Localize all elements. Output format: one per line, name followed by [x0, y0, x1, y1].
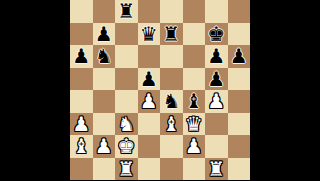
black-queen[interactable]: ♛ [140, 23, 158, 46]
square-b8[interactable] [93, 0, 116, 23]
square-g7[interactable]: ♚ [205, 23, 228, 46]
square-g4[interactable]: ♟ [205, 90, 228, 113]
black-knight[interactable]: ♞ [95, 45, 113, 68]
white-bishop[interactable]: ♝ [72, 135, 90, 158]
black-pawn[interactable]: ♟ [72, 45, 90, 68]
square-a1[interactable] [70, 158, 93, 181]
square-c7[interactable] [115, 23, 138, 46]
square-e1[interactable] [160, 158, 183, 181]
square-f6[interactable] [183, 45, 206, 68]
square-e7[interactable]: ♜ [160, 23, 183, 46]
white-pawn[interactable]: ♟ [72, 113, 90, 136]
square-h8[interactable] [228, 0, 251, 23]
square-h2[interactable] [228, 135, 251, 158]
white-rook[interactable]: ♜ [207, 158, 225, 181]
black-pawn[interactable]: ♟ [230, 45, 248, 68]
square-d5[interactable]: ♟ [138, 68, 161, 91]
black-king[interactable]: ♚ [207, 23, 225, 46]
square-f8[interactable] [183, 0, 206, 23]
screenshot-stage: ♜♟♛♜♚♟♞♟♟♟♟♟♞♝♟♟♞♝♛♝♟♚♟♜♜ [0, 0, 320, 180]
square-b7[interactable]: ♟ [93, 23, 116, 46]
letterbox-left [0, 0, 70, 180]
black-pawn[interactable]: ♟ [207, 45, 225, 68]
square-h3[interactable] [228, 113, 251, 136]
square-d6[interactable] [138, 45, 161, 68]
white-pawn[interactable]: ♟ [185, 135, 203, 158]
square-h7[interactable] [228, 23, 251, 46]
letterbox-right [250, 0, 320, 180]
square-a4[interactable] [70, 90, 93, 113]
black-rook[interactable]: ♜ [162, 23, 180, 46]
square-h5[interactable] [228, 68, 251, 91]
square-a5[interactable] [70, 68, 93, 91]
square-e3[interactable]: ♝ [160, 113, 183, 136]
square-c8[interactable]: ♜ [115, 0, 138, 23]
square-c6[interactable] [115, 45, 138, 68]
square-d8[interactable] [138, 0, 161, 23]
white-pawn[interactable]: ♟ [140, 90, 158, 113]
black-rook[interactable]: ♜ [117, 0, 135, 23]
white-bishop[interactable]: ♝ [162, 113, 180, 136]
square-g8[interactable] [205, 0, 228, 23]
square-d7[interactable]: ♛ [138, 23, 161, 46]
square-f1[interactable] [183, 158, 206, 181]
square-a8[interactable] [70, 0, 93, 23]
square-b4[interactable] [93, 90, 116, 113]
black-pawn[interactable]: ♟ [140, 68, 158, 91]
white-knight[interactable]: ♞ [117, 113, 135, 136]
square-c5[interactable] [115, 68, 138, 91]
square-f7[interactable] [183, 23, 206, 46]
chess-board: ♜♟♛♜♚♟♞♟♟♟♟♟♞♝♟♟♞♝♛♝♟♚♟♜♜ [70, 0, 250, 180]
square-h4[interactable] [228, 90, 251, 113]
square-e4[interactable]: ♞ [160, 90, 183, 113]
black-knight[interactable]: ♞ [162, 90, 180, 113]
white-pawn[interactable]: ♟ [95, 135, 113, 158]
square-c4[interactable] [115, 90, 138, 113]
square-g6[interactable]: ♟ [205, 45, 228, 68]
square-e8[interactable] [160, 0, 183, 23]
square-f2[interactable]: ♟ [183, 135, 206, 158]
square-e6[interactable] [160, 45, 183, 68]
square-a2[interactable]: ♝ [70, 135, 93, 158]
square-g1[interactable]: ♜ [205, 158, 228, 181]
square-f5[interactable] [183, 68, 206, 91]
square-b3[interactable] [93, 113, 116, 136]
square-c2[interactable]: ♚ [115, 135, 138, 158]
white-rook[interactable]: ♜ [117, 158, 135, 181]
square-f3[interactable]: ♛ [183, 113, 206, 136]
square-d3[interactable] [138, 113, 161, 136]
square-g3[interactable] [205, 113, 228, 136]
white-pawn[interactable]: ♟ [207, 90, 225, 113]
black-pawn[interactable]: ♟ [95, 23, 113, 46]
square-e2[interactable] [160, 135, 183, 158]
square-c1[interactable]: ♜ [115, 158, 138, 181]
square-h6[interactable]: ♟ [228, 45, 251, 68]
square-b1[interactable] [93, 158, 116, 181]
square-a7[interactable] [70, 23, 93, 46]
square-a3[interactable]: ♟ [70, 113, 93, 136]
black-pawn[interactable]: ♟ [207, 68, 225, 91]
square-g5[interactable]: ♟ [205, 68, 228, 91]
square-d4[interactable]: ♟ [138, 90, 161, 113]
white-king[interactable]: ♚ [117, 135, 135, 158]
square-e5[interactable] [160, 68, 183, 91]
square-h1[interactable] [228, 158, 251, 181]
square-f4[interactable]: ♝ [183, 90, 206, 113]
square-b2[interactable]: ♟ [93, 135, 116, 158]
square-b5[interactable] [93, 68, 116, 91]
square-d2[interactable] [138, 135, 161, 158]
square-b6[interactable]: ♞ [93, 45, 116, 68]
square-g2[interactable] [205, 135, 228, 158]
white-queen[interactable]: ♛ [185, 113, 203, 136]
square-a6[interactable]: ♟ [70, 45, 93, 68]
black-bishop[interactable]: ♝ [185, 90, 203, 113]
square-d1[interactable] [138, 158, 161, 181]
square-c3[interactable]: ♞ [115, 113, 138, 136]
